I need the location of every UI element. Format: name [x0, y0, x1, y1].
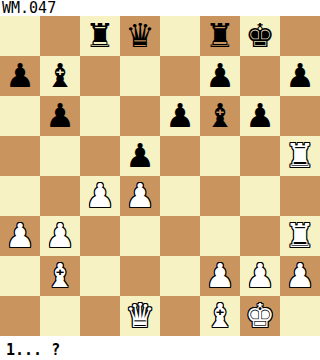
square-b6[interactable]: ♟ — [40, 96, 80, 136]
square-d4[interactable]: ♟ — [120, 176, 160, 216]
square-a5[interactable] — [0, 136, 40, 176]
black-pawn: ♟ — [285, 56, 315, 96]
square-h2[interactable]: ♟ — [280, 256, 320, 296]
square-e7[interactable] — [160, 56, 200, 96]
square-f3[interactable] — [200, 216, 240, 256]
square-d1[interactable]: ♛ — [120, 296, 160, 336]
white-pawn: ♟ — [285, 256, 315, 296]
square-h1[interactable] — [280, 296, 320, 336]
square-f2[interactable]: ♟ — [200, 256, 240, 296]
black-king: ♚ — [245, 16, 275, 56]
white-pawn: ♟ — [5, 216, 35, 256]
black-rook: ♜ — [205, 16, 235, 56]
square-f5[interactable] — [200, 136, 240, 176]
square-h3[interactable]: ♜ — [280, 216, 320, 256]
white-bishop: ♝ — [205, 296, 235, 336]
square-b1[interactable] — [40, 296, 80, 336]
black-bishop: ♝ — [45, 56, 75, 96]
square-g4[interactable] — [240, 176, 280, 216]
square-g2[interactable]: ♟ — [240, 256, 280, 296]
black-pawn: ♟ — [245, 96, 275, 136]
square-d3[interactable] — [120, 216, 160, 256]
square-f1[interactable]: ♝ — [200, 296, 240, 336]
square-c5[interactable] — [80, 136, 120, 176]
square-g5[interactable] — [240, 136, 280, 176]
square-c6[interactable] — [80, 96, 120, 136]
white-bishop: ♝ — [45, 256, 75, 296]
square-c2[interactable] — [80, 256, 120, 296]
square-c4[interactable]: ♟ — [80, 176, 120, 216]
square-e2[interactable] — [160, 256, 200, 296]
black-pawn: ♟ — [165, 96, 195, 136]
square-c1[interactable] — [80, 296, 120, 336]
square-g3[interactable] — [240, 216, 280, 256]
puzzle-id: WM.047 — [0, 0, 320, 16]
square-a8[interactable] — [0, 16, 40, 56]
white-pawn: ♟ — [245, 256, 275, 296]
white-queen: ♛ — [125, 296, 155, 336]
square-h7[interactable]: ♟ — [280, 56, 320, 96]
square-h6[interactable] — [280, 96, 320, 136]
square-b3[interactable]: ♟ — [40, 216, 80, 256]
square-f6[interactable]: ♝ — [200, 96, 240, 136]
square-g8[interactable]: ♚ — [240, 16, 280, 56]
square-e8[interactable] — [160, 16, 200, 56]
square-g1[interactable]: ♚ — [240, 296, 280, 336]
black-pawn: ♟ — [45, 96, 75, 136]
black-pawn: ♟ — [205, 56, 235, 96]
square-f8[interactable]: ♜ — [200, 16, 240, 56]
black-bishop: ♝ — [205, 96, 235, 136]
chess-board: ♜♛♜♚♟♝♟♟♟♟♝♟♟♜♟♟♟♟♜♝♟♟♟♛♝♚ — [0, 16, 320, 336]
square-g7[interactable] — [240, 56, 280, 96]
white-pawn: ♟ — [45, 216, 75, 256]
white-rook: ♜ — [285, 136, 315, 176]
move-prompt: 1... ? — [0, 336, 320, 360]
square-a2[interactable] — [0, 256, 40, 296]
square-h5[interactable]: ♜ — [280, 136, 320, 176]
black-queen: ♛ — [125, 16, 155, 56]
white-pawn: ♟ — [85, 176, 115, 216]
square-e3[interactable] — [160, 216, 200, 256]
square-a1[interactable] — [0, 296, 40, 336]
square-e1[interactable] — [160, 296, 200, 336]
square-e5[interactable] — [160, 136, 200, 176]
square-f7[interactable]: ♟ — [200, 56, 240, 96]
square-b7[interactable]: ♝ — [40, 56, 80, 96]
black-pawn: ♟ — [5, 56, 35, 96]
square-a7[interactable]: ♟ — [0, 56, 40, 96]
square-b8[interactable] — [40, 16, 80, 56]
square-b2[interactable]: ♝ — [40, 256, 80, 296]
square-h4[interactable] — [280, 176, 320, 216]
square-d6[interactable] — [120, 96, 160, 136]
square-a6[interactable] — [0, 96, 40, 136]
square-d2[interactable] — [120, 256, 160, 296]
square-e6[interactable]: ♟ — [160, 96, 200, 136]
square-g6[interactable]: ♟ — [240, 96, 280, 136]
square-c7[interactable] — [80, 56, 120, 96]
square-c3[interactable] — [80, 216, 120, 256]
square-d5[interactable]: ♟ — [120, 136, 160, 176]
white-rook: ♜ — [285, 216, 315, 256]
white-pawn: ♟ — [205, 256, 235, 296]
black-rook: ♜ — [85, 16, 115, 56]
white-pawn: ♟ — [125, 176, 155, 216]
black-pawn: ♟ — [125, 136, 155, 176]
square-d7[interactable] — [120, 56, 160, 96]
square-e4[interactable] — [160, 176, 200, 216]
square-f4[interactable] — [200, 176, 240, 216]
square-d8[interactable]: ♛ — [120, 16, 160, 56]
square-a4[interactable] — [0, 176, 40, 216]
square-c8[interactable]: ♜ — [80, 16, 120, 56]
square-a3[interactable]: ♟ — [0, 216, 40, 256]
square-h8[interactable] — [280, 16, 320, 56]
square-b5[interactable] — [40, 136, 80, 176]
white-king: ♚ — [245, 296, 275, 336]
chess-puzzle-window: WM.047 ♜♛♜♚♟♝♟♟♟♟♝♟♟♜♟♟♟♟♜♝♟♟♟♛♝♚ 1... ? — [0, 0, 320, 360]
square-b4[interactable] — [40, 176, 80, 216]
